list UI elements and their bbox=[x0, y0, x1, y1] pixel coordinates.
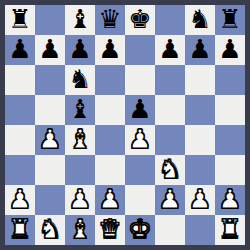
white-pawn-c2[interactable]: ♟ bbox=[68, 185, 91, 214]
white-pawn-d2[interactable]: ♟ bbox=[98, 185, 121, 214]
square-g5[interactable] bbox=[185, 95, 215, 125]
square-c7[interactable]: ♟ bbox=[65, 35, 95, 65]
black-knight-c6[interactable]: ♞ bbox=[68, 65, 91, 94]
white-pawn-e4[interactable]: ♟ bbox=[128, 125, 151, 154]
black-knight-g8[interactable]: ♞ bbox=[188, 5, 211, 34]
square-e7[interactable] bbox=[125, 35, 155, 65]
square-d7[interactable]: ♟ bbox=[95, 35, 125, 65]
white-pawn-b4[interactable]: ♟ bbox=[38, 125, 61, 154]
square-c2[interactable]: ♟ bbox=[65, 185, 95, 215]
square-c8[interactable]: ♝ bbox=[65, 5, 95, 35]
white-king-e1[interactable]: ♚ bbox=[128, 215, 151, 244]
black-bishop-c8[interactable]: ♝ bbox=[68, 5, 91, 34]
square-b6[interactable] bbox=[35, 65, 65, 95]
square-f6[interactable] bbox=[155, 65, 185, 95]
square-b8[interactable] bbox=[35, 5, 65, 35]
square-c6[interactable]: ♞ bbox=[65, 65, 95, 95]
square-b7[interactable]: ♟ bbox=[35, 35, 65, 65]
white-pawn-f2[interactable]: ♟ bbox=[158, 185, 181, 214]
square-h6[interactable] bbox=[215, 65, 245, 95]
square-g3[interactable] bbox=[185, 155, 215, 185]
square-a8[interactable]: ♜ bbox=[5, 5, 35, 35]
square-b3[interactable] bbox=[35, 155, 65, 185]
square-a4[interactable] bbox=[5, 125, 35, 155]
square-h4[interactable] bbox=[215, 125, 245, 155]
square-h8[interactable]: ♜ bbox=[215, 5, 245, 35]
white-bishop-c4[interactable]: ♝ bbox=[68, 125, 91, 154]
black-rook-h8[interactable]: ♜ bbox=[218, 5, 241, 34]
square-d2[interactable]: ♟ bbox=[95, 185, 125, 215]
square-a6[interactable] bbox=[5, 65, 35, 95]
square-d4[interactable] bbox=[95, 125, 125, 155]
square-f5[interactable] bbox=[155, 95, 185, 125]
black-pawn-e5[interactable]: ♟ bbox=[128, 95, 151, 124]
black-pawn-a7[interactable]: ♟ bbox=[8, 35, 31, 64]
square-d1[interactable]: ♛ bbox=[95, 215, 125, 245]
square-d6[interactable] bbox=[95, 65, 125, 95]
square-e5[interactable]: ♟ bbox=[125, 95, 155, 125]
white-pawn-h2[interactable]: ♟ bbox=[218, 185, 241, 214]
black-pawn-h7[interactable]: ♟ bbox=[218, 35, 241, 64]
square-f7[interactable]: ♟ bbox=[155, 35, 185, 65]
square-h1[interactable]: ♜ bbox=[215, 215, 245, 245]
square-e3[interactable] bbox=[125, 155, 155, 185]
square-g6[interactable] bbox=[185, 65, 215, 95]
white-knight-f3[interactable]: ♞ bbox=[158, 155, 181, 184]
black-pawn-g7[interactable]: ♟ bbox=[188, 35, 211, 64]
black-queen-d8[interactable]: ♛ bbox=[98, 5, 121, 34]
chess-board-frame: ♜♝♛♚♞♜♟♟♟♟♟♟♟♞♝♟♟♝♟♞♟♟♟♟♟♟♜♞♝♛♚♜ bbox=[0, 0, 250, 250]
square-e6[interactable] bbox=[125, 65, 155, 95]
square-f1[interactable] bbox=[155, 215, 185, 245]
square-f3[interactable]: ♞ bbox=[155, 155, 185, 185]
square-e1[interactable]: ♚ bbox=[125, 215, 155, 245]
square-g4[interactable] bbox=[185, 125, 215, 155]
white-knight-b1[interactable]: ♞ bbox=[38, 215, 61, 244]
chess-board: ♜♝♛♚♞♜♟♟♟♟♟♟♟♞♝♟♟♝♟♞♟♟♟♟♟♟♜♞♝♛♚♜ bbox=[5, 5, 245, 245]
black-pawn-b7[interactable]: ♟ bbox=[38, 35, 61, 64]
black-bishop-c5[interactable]: ♝ bbox=[68, 95, 91, 124]
square-d8[interactable]: ♛ bbox=[95, 5, 125, 35]
square-g2[interactable]: ♟ bbox=[185, 185, 215, 215]
square-b5[interactable] bbox=[35, 95, 65, 125]
square-g1[interactable] bbox=[185, 215, 215, 245]
square-d3[interactable] bbox=[95, 155, 125, 185]
square-f8[interactable] bbox=[155, 5, 185, 35]
square-c4[interactable]: ♝ bbox=[65, 125, 95, 155]
square-c5[interactable]: ♝ bbox=[65, 95, 95, 125]
square-b1[interactable]: ♞ bbox=[35, 215, 65, 245]
square-a5[interactable] bbox=[5, 95, 35, 125]
white-pawn-a2[interactable]: ♟ bbox=[8, 185, 31, 214]
black-rook-a8[interactable]: ♜ bbox=[8, 5, 31, 34]
square-f2[interactable]: ♟ bbox=[155, 185, 185, 215]
square-e8[interactable]: ♚ bbox=[125, 5, 155, 35]
white-pawn-g2[interactable]: ♟ bbox=[188, 185, 211, 214]
square-c1[interactable]: ♝ bbox=[65, 215, 95, 245]
square-g8[interactable]: ♞ bbox=[185, 5, 215, 35]
square-a2[interactable]: ♟ bbox=[5, 185, 35, 215]
black-pawn-c7[interactable]: ♟ bbox=[68, 35, 91, 64]
black-king-e8[interactable]: ♚ bbox=[128, 5, 151, 34]
square-h2[interactable]: ♟ bbox=[215, 185, 245, 215]
square-g7[interactable]: ♟ bbox=[185, 35, 215, 65]
square-b2[interactable] bbox=[35, 185, 65, 215]
white-rook-a1[interactable]: ♜ bbox=[8, 215, 31, 244]
square-b4[interactable]: ♟ bbox=[35, 125, 65, 155]
white-bishop-c1[interactable]: ♝ bbox=[68, 215, 91, 244]
white-queen-d1[interactable]: ♛ bbox=[98, 215, 121, 244]
black-pawn-d7[interactable]: ♟ bbox=[98, 35, 121, 64]
square-e4[interactable]: ♟ bbox=[125, 125, 155, 155]
black-pawn-f7[interactable]: ♟ bbox=[158, 35, 181, 64]
square-h5[interactable] bbox=[215, 95, 245, 125]
square-a1[interactable]: ♜ bbox=[5, 215, 35, 245]
square-h3[interactable] bbox=[215, 155, 245, 185]
square-a7[interactable]: ♟ bbox=[5, 35, 35, 65]
white-rook-h1[interactable]: ♜ bbox=[218, 215, 241, 244]
square-f4[interactable] bbox=[155, 125, 185, 155]
square-c3[interactable] bbox=[65, 155, 95, 185]
square-d5[interactable] bbox=[95, 95, 125, 125]
square-h7[interactable]: ♟ bbox=[215, 35, 245, 65]
square-a3[interactable] bbox=[5, 155, 35, 185]
square-e2[interactable] bbox=[125, 185, 155, 215]
